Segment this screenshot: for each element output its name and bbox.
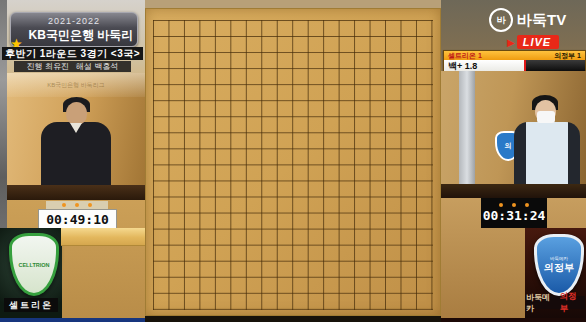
byoyomi-dot bbox=[499, 203, 503, 207]
league-badge: 2021-2022 ★ KB국민은행 바둑리그 bbox=[10, 12, 138, 47]
uijeongbu-logo-text: 의정부 bbox=[544, 261, 574, 275]
byoyomi-dot bbox=[62, 203, 66, 207]
right-team-score: 의정부 1 bbox=[554, 51, 581, 61]
league-years: 2021-2022 bbox=[11, 16, 137, 26]
black-player-silhouette bbox=[514, 122, 580, 184]
staff-bar: 진행 최유진 해설 백홍석 bbox=[14, 61, 131, 72]
play-triangle-icon: ▶ bbox=[507, 37, 515, 48]
player-desk bbox=[7, 185, 145, 200]
broadcast-frame: 2021-2022 ★ KB국민은행 바둑리그 후반기 1라운드 3경기 <3국… bbox=[0, 0, 586, 322]
live-badge: ▶ LIVE bbox=[507, 35, 559, 49]
ai-scoreboard: 셀트리온 1 의정부 1 백+ 1.8 bbox=[443, 50, 586, 73]
round-title: 후반기 1라운드 3경기 <3국> bbox=[2, 47, 143, 60]
byoyomi-dot bbox=[512, 203, 516, 207]
staff-commentator: 해설 백홍석 bbox=[76, 61, 118, 72]
black-clock-panel: 00:31:24 bbox=[481, 198, 547, 228]
baduktv-circle-icon: 바 bbox=[489, 8, 513, 32]
staff-mc: 진행 최유진 bbox=[27, 61, 69, 72]
channel-name: 바둑TV bbox=[517, 11, 566, 30]
celltrion-shield-logo: CELLTRION bbox=[9, 233, 59, 296]
byoyomi-dot bbox=[88, 203, 92, 207]
board-grid-lines bbox=[153, 20, 433, 310]
left-team-roster bbox=[61, 228, 145, 246]
white-byoyomi-dots bbox=[46, 201, 108, 209]
white-clock: 00:49:10 bbox=[38, 209, 117, 230]
byoyomi-dot bbox=[525, 203, 529, 207]
studio-banner-text: KB국민은행 바둑리그 bbox=[47, 81, 105, 90]
baduktv-logo: 바 바둑TV bbox=[489, 8, 566, 32]
left-team-name: 셀트리온 bbox=[4, 298, 58, 312]
right-team-logo-panel: 바둑메카 의정부 바둑메카 의정부 bbox=[525, 228, 586, 322]
face-mask bbox=[537, 111, 555, 123]
uijeongbu-shield-logo: 바둑메카 의정부 bbox=[534, 234, 584, 296]
roster-row bbox=[61, 228, 145, 246]
player-desk bbox=[441, 184, 586, 198]
right-studio-panel: 바 바둑TV ▶ LIVE 셀트리온 1 의정부 1 백+ 1.8 bbox=[441, 0, 586, 322]
white-player-photo: KB국민은행 바둑리그 bbox=[7, 73, 145, 200]
live-label: LIVE bbox=[517, 35, 559, 49]
right-team-name: 바둑메카 의정부 bbox=[526, 296, 585, 309]
go-board bbox=[145, 8, 441, 316]
black-clock: 00:31:24 bbox=[483, 208, 546, 223]
left-studio-panel: 2021-2022 ★ KB국민은행 바둑리그 후반기 1라운드 3경기 <3국… bbox=[0, 0, 145, 322]
black-byoyomi-dots bbox=[499, 203, 529, 207]
byoyomi-dot bbox=[75, 203, 79, 207]
left-team-logo-panel: CELLTRION 셀트리온 bbox=[0, 228, 62, 318]
celltrion-logo-text: CELLTRION bbox=[18, 262, 49, 268]
black-player-photo: 의 bbox=[441, 71, 586, 198]
